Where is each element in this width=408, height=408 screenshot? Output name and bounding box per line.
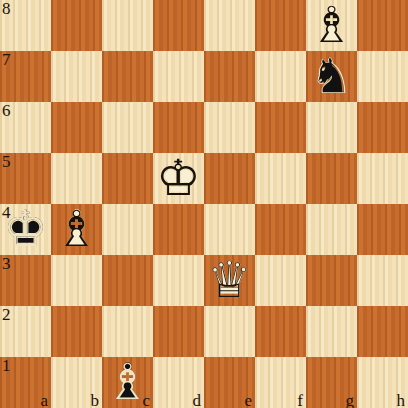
- square-f5[interactable]: [255, 153, 306, 204]
- white-king-fill-glyph: ♚: [153, 153, 204, 204]
- file-label-b: b: [91, 392, 100, 408]
- rank-label-2: 2: [2, 306, 11, 323]
- square-d8[interactable]: [153, 0, 204, 51]
- square-b2[interactable]: [51, 306, 102, 357]
- square-a1[interactable]: 1a: [0, 357, 51, 408]
- square-a3[interactable]: 3: [0, 255, 51, 306]
- square-b4[interactable]: ♝♗: [51, 204, 102, 255]
- rank-label-5: 5: [2, 153, 11, 170]
- square-b5[interactable]: [51, 153, 102, 204]
- square-e7[interactable]: [204, 51, 255, 102]
- square-b3[interactable]: [51, 255, 102, 306]
- white-bishop-fill-glyph: ♝: [306, 0, 357, 51]
- white-bishop-outline-glyph: ♗: [306, 0, 357, 51]
- file-label-h: h: [397, 392, 406, 408]
- white-queen-outline-glyph: ♕: [204, 255, 255, 306]
- square-a5[interactable]: 5: [0, 153, 51, 204]
- square-e2[interactable]: [204, 306, 255, 357]
- square-g8[interactable]: ♝♗: [306, 0, 357, 51]
- square-f2[interactable]: [255, 306, 306, 357]
- square-g2[interactable]: [306, 306, 357, 357]
- white-bishop-fill-glyph: ♝: [51, 204, 102, 255]
- file-label-e: e: [244, 392, 252, 408]
- rank-label-4: 4: [2, 204, 11, 221]
- black-knight-fill-glyph: ♞: [306, 51, 357, 102]
- square-e5[interactable]: [204, 153, 255, 204]
- square-c6[interactable]: [102, 102, 153, 153]
- chess-diagram: 8♝♗7♞♘65♚♔♚♔4♝♗3♛♕21ab♝♗cdefgh: [0, 0, 408, 408]
- square-h4[interactable]: [357, 204, 408, 255]
- rank-label-6: 6: [2, 102, 11, 119]
- square-e6[interactable]: [204, 102, 255, 153]
- white-king-d5[interactable]: ♚♔: [153, 153, 204, 204]
- square-h3[interactable]: [357, 255, 408, 306]
- square-g3[interactable]: [306, 255, 357, 306]
- square-h6[interactable]: [357, 102, 408, 153]
- square-h7[interactable]: [357, 51, 408, 102]
- square-b8[interactable]: [51, 0, 102, 51]
- square-g4[interactable]: [306, 204, 357, 255]
- file-label-f: f: [297, 392, 303, 408]
- square-f6[interactable]: [255, 102, 306, 153]
- square-d2[interactable]: [153, 306, 204, 357]
- file-label-g: g: [346, 392, 355, 408]
- square-g7[interactable]: ♞♘: [306, 51, 357, 102]
- square-h5[interactable]: [357, 153, 408, 204]
- file-label-c: c: [142, 392, 150, 408]
- square-d4[interactable]: [153, 204, 204, 255]
- square-d5[interactable]: ♚♔: [153, 153, 204, 204]
- square-c1[interactable]: ♝♗c: [102, 357, 153, 408]
- white-king-outline-glyph: ♔: [153, 153, 204, 204]
- black-knight-g7[interactable]: ♞♘: [306, 51, 357, 102]
- white-bishop-b4[interactable]: ♝♗: [51, 204, 102, 255]
- square-e4[interactable]: [204, 204, 255, 255]
- square-c5[interactable]: [102, 153, 153, 204]
- square-f3[interactable]: [255, 255, 306, 306]
- square-g6[interactable]: [306, 102, 357, 153]
- square-f1[interactable]: f: [255, 357, 306, 408]
- rank-label-8: 8: [2, 0, 11, 17]
- square-d3[interactable]: [153, 255, 204, 306]
- square-g5[interactable]: [306, 153, 357, 204]
- white-bishop-outline-glyph: ♗: [51, 204, 102, 255]
- square-a8[interactable]: 8: [0, 0, 51, 51]
- square-h2[interactable]: [357, 306, 408, 357]
- file-label-a: a: [40, 392, 48, 408]
- black-knight-outline-glyph: ♘: [306, 51, 357, 102]
- square-b7[interactable]: [51, 51, 102, 102]
- square-f8[interactable]: [255, 0, 306, 51]
- square-c7[interactable]: [102, 51, 153, 102]
- square-a6[interactable]: 6: [0, 102, 51, 153]
- square-d1[interactable]: d: [153, 357, 204, 408]
- square-f7[interactable]: [255, 51, 306, 102]
- square-h1[interactable]: h: [357, 357, 408, 408]
- square-g1[interactable]: g: [306, 357, 357, 408]
- white-bishop-g8[interactable]: ♝♗: [306, 0, 357, 51]
- file-label-d: d: [193, 392, 202, 408]
- square-c8[interactable]: [102, 0, 153, 51]
- white-queen-fill-glyph: ♛: [204, 255, 255, 306]
- square-e3[interactable]: ♛♕: [204, 255, 255, 306]
- square-a2[interactable]: 2: [0, 306, 51, 357]
- square-h8[interactable]: [357, 0, 408, 51]
- square-e1[interactable]: e: [204, 357, 255, 408]
- square-c3[interactable]: [102, 255, 153, 306]
- square-d6[interactable]: [153, 102, 204, 153]
- square-a7[interactable]: 7: [0, 51, 51, 102]
- rank-label-7: 7: [2, 51, 11, 68]
- chess-board: 8♝♗7♞♘65♚♔♚♔4♝♗3♛♕21ab♝♗cdefgh: [0, 0, 408, 408]
- square-a4[interactable]: ♚♔4: [0, 204, 51, 255]
- rank-label-1: 1: [2, 357, 11, 374]
- square-f4[interactable]: [255, 204, 306, 255]
- square-b6[interactable]: [51, 102, 102, 153]
- square-c4[interactable]: [102, 204, 153, 255]
- square-d7[interactable]: [153, 51, 204, 102]
- square-b1[interactable]: b: [51, 357, 102, 408]
- white-queen-e3[interactable]: ♛♕: [204, 255, 255, 306]
- rank-label-3: 3: [2, 255, 11, 272]
- square-c2[interactable]: [102, 306, 153, 357]
- square-e8[interactable]: [204, 0, 255, 51]
